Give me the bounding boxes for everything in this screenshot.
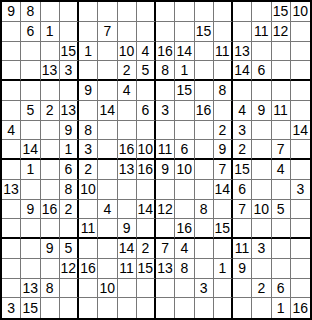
cell-r13c4: 5: [60, 239, 79, 259]
cell-r10c4: 8: [60, 180, 79, 200]
cell-r5c8[interactable]: [137, 81, 156, 101]
cell-r5c2[interactable]: [21, 81, 40, 101]
cell-r11c1[interactable]: [2, 200, 21, 220]
cell-r16c4[interactable]: [60, 298, 79, 318]
cell-r14c4: 12: [60, 259, 79, 279]
cell-r1c3[interactable]: [41, 2, 60, 22]
cell-r15c6: 10: [98, 279, 117, 299]
cell-r4c9: 8: [156, 61, 175, 81]
cell-r1c11[interactable]: [195, 2, 214, 22]
cell-r13c10: 4: [175, 239, 194, 259]
cell-r6c14: 9: [252, 101, 271, 121]
cell-r9c16[interactable]: [291, 160, 310, 180]
cell-r11c10[interactable]: [175, 200, 194, 220]
cell-r3c16[interactable]: [291, 42, 310, 62]
cell-r13c16[interactable]: [291, 239, 310, 259]
cell-r16c6[interactable]: [98, 298, 117, 318]
cell-r7c11[interactable]: [195, 121, 214, 141]
cell-r11c13: 7: [233, 200, 252, 220]
cell-r12c14[interactable]: [252, 219, 271, 239]
cell-r2c11: 15: [195, 22, 214, 42]
cell-r7c14[interactable]: [252, 121, 271, 141]
cell-r4c2[interactable]: [21, 61, 40, 81]
cell-r4c8: 5: [137, 61, 156, 81]
cell-r7c1: 4: [2, 121, 21, 141]
cell-r5c14[interactable]: [252, 81, 271, 101]
cell-r9c8: 16: [137, 160, 156, 180]
cell-r7c6[interactable]: [98, 121, 117, 141]
cell-r5c15[interactable]: [272, 81, 291, 101]
cell-r15c1[interactable]: [2, 279, 21, 299]
cell-r7c15[interactable]: [272, 121, 291, 141]
cell-r6c5[interactable]: [79, 101, 98, 121]
cell-r10c11[interactable]: [195, 180, 214, 200]
cell-r11c4: 2: [60, 200, 79, 220]
cell-r9c3[interactable]: [41, 160, 60, 180]
cell-r6c9: 3: [156, 101, 175, 121]
cell-r12c16[interactable]: [291, 219, 310, 239]
cell-r13c7: 14: [118, 239, 137, 259]
cell-r3c15[interactable]: [272, 42, 291, 62]
cell-r1c4[interactable]: [60, 2, 79, 22]
cell-r1c10[interactable]: [175, 2, 194, 22]
cell-r6c11: 16: [195, 101, 214, 121]
cell-r12c6[interactable]: [98, 219, 117, 239]
cell-r6c7[interactable]: [118, 101, 137, 121]
cell-r11c11: 8: [195, 200, 214, 220]
cell-r1c1: 9: [2, 2, 21, 22]
cell-r10c14[interactable]: [252, 180, 271, 200]
cell-r4c16[interactable]: [291, 61, 310, 81]
cell-r5c9[interactable]: [156, 81, 175, 101]
cell-r1c6[interactable]: [98, 2, 117, 22]
cell-r7c5: 8: [79, 121, 98, 141]
cell-r1c2: 8: [21, 2, 40, 22]
cell-r16c1: 3: [2, 298, 21, 318]
cell-r15c14: 2: [252, 279, 271, 299]
cell-r3c6[interactable]: [98, 42, 117, 62]
cell-r7c12: 2: [214, 121, 233, 141]
cell-r5c5: 9: [79, 81, 98, 101]
cell-r11c16[interactable]: [291, 200, 310, 220]
cell-r15c16[interactable]: [291, 279, 310, 299]
cell-r7c16: 14: [291, 121, 310, 141]
cell-r1c8[interactable]: [137, 2, 156, 22]
cell-r5c1[interactable]: [2, 81, 21, 101]
cell-r4c5[interactable]: [79, 61, 98, 81]
cell-r15c10[interactable]: [175, 279, 194, 299]
cell-r11c12[interactable]: [214, 200, 233, 220]
cell-r16c12[interactable]: [214, 298, 233, 318]
cell-r8c5: 3: [79, 140, 98, 160]
cell-r3c11[interactable]: [195, 42, 214, 62]
cell-r4c1[interactable]: [2, 61, 21, 81]
cell-r11c9: 12: [156, 200, 175, 220]
cell-r16c3[interactable]: [41, 298, 60, 318]
cell-r12c7: 9: [118, 219, 137, 239]
cell-r4c14: 6: [252, 61, 271, 81]
cell-r14c13: 9: [233, 259, 252, 279]
cell-r4c7: 2: [118, 61, 137, 81]
cell-r16c11[interactable]: [195, 298, 214, 318]
cell-r11c7[interactable]: [118, 200, 137, 220]
cell-r10c5: 10: [79, 180, 98, 200]
cell-r7c4: 9: [60, 121, 79, 141]
cell-r8c12: 9: [214, 140, 233, 160]
cell-r2c16[interactable]: [291, 22, 310, 42]
cell-r2c15: 12: [272, 22, 291, 42]
cell-r14c14[interactable]: [252, 259, 271, 279]
cell-r7c8[interactable]: [137, 121, 156, 141]
cell-r8c9: 11: [156, 140, 175, 160]
cell-r4c4: 3: [60, 61, 79, 81]
cell-r1c7[interactable]: [118, 2, 137, 22]
cell-r12c2[interactable]: [21, 219, 40, 239]
cell-r3c8: 4: [137, 42, 156, 62]
cell-r9c12: 7: [214, 160, 233, 180]
cell-r3c4: 15: [60, 42, 79, 62]
cell-r2c14: 11: [252, 22, 271, 42]
cell-r5c4[interactable]: [60, 81, 79, 101]
cell-r5c16[interactable]: [291, 81, 310, 101]
cell-r11c5[interactable]: [79, 200, 98, 220]
cell-r13c1[interactable]: [2, 239, 21, 259]
cell-r3c9: 16: [156, 42, 175, 62]
cell-r10c10[interactable]: [175, 180, 194, 200]
cell-r15c13[interactable]: [233, 279, 252, 299]
cell-r2c4[interactable]: [60, 22, 79, 42]
cell-r3c5: 1: [79, 42, 98, 62]
cell-r9c1[interactable]: [2, 160, 21, 180]
cell-r10c9[interactable]: [156, 180, 175, 200]
cell-r7c10[interactable]: [175, 121, 194, 141]
cell-r14c5: 16: [79, 259, 98, 279]
cell-r12c5: 11: [79, 219, 98, 239]
cell-r3c10: 14: [175, 42, 194, 62]
cell-r15c12[interactable]: [214, 279, 233, 299]
cell-r5c6[interactable]: [98, 81, 117, 101]
cell-r1c5[interactable]: [79, 2, 98, 22]
cell-r9c7: 13: [118, 160, 137, 180]
cell-r8c1[interactable]: [2, 140, 21, 160]
cell-r6c8: 6: [137, 101, 156, 121]
cell-r16c13[interactable]: [233, 298, 252, 318]
cell-r10c6[interactable]: [98, 180, 117, 200]
cell-r2c13[interactable]: [233, 22, 252, 42]
cell-r5c11[interactable]: [195, 81, 214, 101]
cell-r13c13: 11: [233, 239, 252, 259]
cell-r15c2: 13: [21, 279, 40, 299]
cell-r12c10: 16: [175, 219, 194, 239]
cell-r12c13[interactable]: [233, 219, 252, 239]
cell-r13c6[interactable]: [98, 239, 117, 259]
cell-r9c14[interactable]: [252, 160, 271, 180]
cell-r12c9[interactable]: [156, 219, 175, 239]
cell-r14c7: 11: [118, 259, 137, 279]
cell-r14c3[interactable]: [41, 259, 60, 279]
cell-r16c10[interactable]: [175, 298, 194, 318]
cell-r12c3[interactable]: [41, 219, 60, 239]
cell-r15c3: 8: [41, 279, 60, 299]
cell-r15c8[interactable]: [137, 279, 156, 299]
cell-r10c8[interactable]: [137, 180, 156, 200]
cell-r11c8: 14: [137, 200, 156, 220]
cell-r3c7: 10: [118, 42, 137, 62]
cell-r6c2: 5: [21, 101, 40, 121]
cell-r9c9: 9: [156, 160, 175, 180]
cell-r10c7[interactable]: [118, 180, 137, 200]
cell-r9c13: 15: [233, 160, 252, 180]
cell-r2c3: 1: [41, 22, 60, 42]
cell-r6c12[interactable]: [214, 101, 233, 121]
cell-r13c2[interactable]: [21, 239, 40, 259]
cell-r1c16: 10: [291, 2, 310, 22]
cell-r2c5[interactable]: [79, 22, 98, 42]
cell-r13c11[interactable]: [195, 239, 214, 259]
cell-r8c15: 7: [272, 140, 291, 160]
cell-r16c8[interactable]: [137, 298, 156, 318]
cell-r10c3[interactable]: [41, 180, 60, 200]
cell-r8c16[interactable]: [291, 140, 310, 160]
cell-r11c2: 9: [21, 200, 40, 220]
cell-r4c10: 1: [175, 61, 194, 81]
cell-r8c14[interactable]: [252, 140, 271, 160]
cell-r14c8: 15: [137, 259, 156, 279]
cell-r16c16: 16: [291, 298, 310, 318]
cell-r15c4[interactable]: [60, 279, 79, 299]
cell-r9c10: 10: [175, 160, 194, 180]
cell-r12c11[interactable]: [195, 219, 214, 239]
cell-r10c15[interactable]: [272, 180, 291, 200]
cell-r13c12[interactable]: [214, 239, 233, 259]
cell-r6c16[interactable]: [291, 101, 310, 121]
cell-r5c10: 15: [175, 81, 194, 101]
cell-r11c14: 10: [252, 200, 271, 220]
cell-r1c15: 15: [272, 2, 291, 22]
cell-r14c12: 1: [214, 259, 233, 279]
cell-r14c6[interactable]: [98, 259, 117, 279]
cell-r16c5[interactable]: [79, 298, 98, 318]
cell-r9c5: 2: [79, 160, 98, 180]
cell-r6c3: 2: [41, 101, 60, 121]
cell-r13c3: 9: [41, 239, 60, 259]
cell-r16c9[interactable]: [156, 298, 175, 318]
cell-r10c13: 6: [233, 180, 252, 200]
cell-r12c1[interactable]: [2, 219, 21, 239]
cell-r14c9: 13: [156, 259, 175, 279]
cell-r12c8[interactable]: [137, 219, 156, 239]
cell-r16c7[interactable]: [118, 298, 137, 318]
cell-r11c6: 4: [98, 200, 117, 220]
cell-r6c4: 13: [60, 101, 79, 121]
cell-r5c3[interactable]: [41, 81, 60, 101]
cell-r8c3[interactable]: [41, 140, 60, 160]
cell-r14c15[interactable]: [272, 259, 291, 279]
cell-r15c5[interactable]: [79, 279, 98, 299]
cell-r6c10[interactable]: [175, 101, 194, 121]
cell-r16c14[interactable]: [252, 298, 271, 318]
cell-r15c7[interactable]: [118, 279, 137, 299]
cell-r3c13: 13: [233, 42, 252, 62]
cell-r1c9[interactable]: [156, 2, 175, 22]
cell-r5c7: 4: [118, 81, 137, 101]
cell-r7c13: 3: [233, 121, 252, 141]
cell-r4c13: 14: [233, 61, 252, 81]
cell-r4c3: 13: [41, 61, 60, 81]
cell-r11c3: 16: [41, 200, 60, 220]
cell-r4c15[interactable]: [272, 61, 291, 81]
cell-r1c12[interactable]: [214, 2, 233, 22]
cell-r3c12: 11: [214, 42, 233, 62]
cell-r10c16: 3: [291, 180, 310, 200]
cell-r3c2[interactable]: [21, 42, 40, 62]
cell-r9c15: 4: [272, 160, 291, 180]
cell-r10c2[interactable]: [21, 180, 40, 200]
cell-r7c2[interactable]: [21, 121, 40, 141]
cell-r13c8: 2: [137, 239, 156, 259]
cell-r13c14: 3: [252, 239, 271, 259]
cell-r9c4: 6: [60, 160, 79, 180]
cell-r10c1: 13: [2, 180, 21, 200]
cell-r6c15: 11: [272, 101, 291, 121]
cell-r8c13: 2: [233, 140, 252, 160]
cell-r13c15[interactable]: [272, 239, 291, 259]
cell-r16c2: 15: [21, 298, 40, 318]
cell-r15c15: 6: [272, 279, 291, 299]
cell-r8c2: 14: [21, 140, 40, 160]
cell-r16c15: 1: [272, 298, 291, 318]
sudoku-board: 9815106171511121511041614111313325811469…: [0, 0, 312, 320]
cell-r8c4: 1: [60, 140, 79, 160]
cell-r3c3[interactable]: [41, 42, 60, 62]
cell-r9c2: 1: [21, 160, 40, 180]
cell-r4c12[interactable]: [214, 61, 233, 81]
cell-r13c9: 7: [156, 239, 175, 259]
cell-r6c1[interactable]: [2, 101, 21, 121]
cell-r7c9[interactable]: [156, 121, 175, 141]
cell-r12c12: 15: [214, 219, 233, 239]
cell-r14c1[interactable]: [2, 259, 21, 279]
cell-r5c12: 8: [214, 81, 233, 101]
cell-r13c5[interactable]: [79, 239, 98, 259]
cell-r14c16[interactable]: [291, 259, 310, 279]
cell-r10c12: 14: [214, 180, 233, 200]
cell-r2c9[interactable]: [156, 22, 175, 42]
cell-r2c6: 7: [98, 22, 117, 42]
cell-r2c1[interactable]: [2, 22, 21, 42]
cell-r9c11[interactable]: [195, 160, 214, 180]
cell-r8c8: 10: [137, 140, 156, 160]
cell-r1c13[interactable]: [233, 2, 252, 22]
cell-r7c3[interactable]: [41, 121, 60, 141]
cell-r8c10: 6: [175, 140, 194, 160]
cell-r6c13: 4: [233, 101, 252, 121]
cell-r14c11[interactable]: [195, 259, 214, 279]
cell-r1c14[interactable]: [252, 2, 271, 22]
cell-r4c11[interactable]: [195, 61, 214, 81]
cell-r8c6[interactable]: [98, 140, 117, 160]
cell-r15c11: 3: [195, 279, 214, 299]
cell-r2c8[interactable]: [137, 22, 156, 42]
cell-r12c4[interactable]: [60, 219, 79, 239]
cell-r14c10: 8: [175, 259, 194, 279]
cell-r6c6: 14: [98, 101, 117, 121]
cell-r9c6[interactable]: [98, 160, 117, 180]
cell-r3c14[interactable]: [252, 42, 271, 62]
cell-r2c10[interactable]: [175, 22, 194, 42]
cell-r5c13[interactable]: [233, 81, 252, 101]
cell-r15c9[interactable]: [156, 279, 175, 299]
cell-r2c7[interactable]: [118, 22, 137, 42]
cell-r12c15[interactable]: [272, 219, 291, 239]
cell-r8c7: 16: [118, 140, 137, 160]
cell-r2c12[interactable]: [214, 22, 233, 42]
cell-r11c15: 5: [272, 200, 291, 220]
cell-r14c2[interactable]: [21, 259, 40, 279]
cell-r8c11[interactable]: [195, 140, 214, 160]
cell-r2c2: 6: [21, 22, 40, 42]
cell-r7c7[interactable]: [118, 121, 137, 141]
cell-r3c1[interactable]: [2, 42, 21, 62]
cell-r4c6[interactable]: [98, 61, 117, 81]
